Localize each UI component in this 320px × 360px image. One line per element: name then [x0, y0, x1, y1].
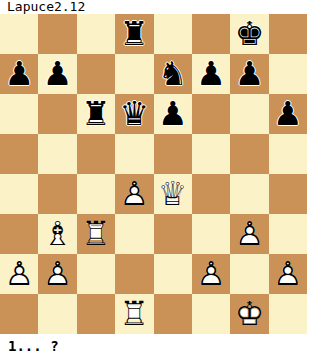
square-f8[interactable] [192, 14, 230, 54]
black-pawn: ♟ [0, 54, 38, 94]
square-d8[interactable]: ♜ [115, 14, 153, 54]
square-b6[interactable] [38, 94, 76, 134]
square-g5[interactable] [230, 134, 268, 174]
square-e7[interactable]: ♞ [154, 54, 192, 94]
white-pawn: ♙ [115, 174, 153, 214]
square-h7[interactable] [269, 54, 307, 94]
diagram-title: Lapuce2.12 [7, 0, 85, 14]
square-h4[interactable] [269, 174, 307, 214]
square-a5[interactable] [0, 134, 38, 174]
square-c6[interactable]: ♜ [77, 94, 115, 134]
square-b7[interactable]: ♟ [38, 54, 76, 94]
black-knight: ♞ [154, 54, 192, 94]
white-queen: ♕ [154, 174, 192, 214]
square-c1[interactable] [77, 294, 115, 334]
square-c5[interactable] [77, 134, 115, 174]
square-g7[interactable]: ♟ [230, 54, 268, 94]
black-pawn: ♟ [38, 54, 76, 94]
square-g1[interactable]: ♚♔ [230, 294, 268, 334]
square-f3[interactable] [192, 214, 230, 254]
white-rook: ♖ [77, 214, 115, 254]
move-prompt: 1... ? [8, 338, 59, 354]
black-rook: ♜ [115, 14, 153, 54]
black-queen: ♛ [115, 94, 153, 134]
white-pawn: ♙ [230, 214, 268, 254]
square-c8[interactable] [77, 14, 115, 54]
black-pawn: ♟ [192, 54, 230, 94]
square-b4[interactable] [38, 174, 76, 214]
chess-board: ♜♚♟♟♞♟♟♜♛♟♟♟♙♛♕♝♗♜♖♟♙♟♙♟♙♟♙♟♙♜♖♚♔ [0, 14, 307, 334]
square-a4[interactable] [0, 174, 38, 214]
white-pawn: ♙ [192, 254, 230, 294]
black-king: ♚ [230, 14, 268, 54]
black-rook: ♜ [77, 94, 115, 134]
square-g4[interactable] [230, 174, 268, 214]
square-g8[interactable]: ♚ [230, 14, 268, 54]
white-king: ♔ [230, 294, 268, 334]
square-e3[interactable] [154, 214, 192, 254]
square-a2[interactable]: ♟♙ [0, 254, 38, 294]
square-b3[interactable]: ♝♗ [38, 214, 76, 254]
white-pawn: ♙ [269, 254, 307, 294]
square-g2[interactable] [230, 254, 268, 294]
square-e2[interactable] [154, 254, 192, 294]
square-d6[interactable]: ♛ [115, 94, 153, 134]
square-f6[interactable] [192, 94, 230, 134]
square-h3[interactable] [269, 214, 307, 254]
square-a8[interactable] [0, 14, 38, 54]
square-e4[interactable]: ♛♕ [154, 174, 192, 214]
white-pawn: ♙ [0, 254, 38, 294]
square-g6[interactable] [230, 94, 268, 134]
square-h2[interactable]: ♟♙ [269, 254, 307, 294]
square-d1[interactable]: ♜♖ [115, 294, 153, 334]
black-pawn: ♟ [269, 94, 307, 134]
chess-diagram-window: Lapuce2.12 ♜♚♟♟♞♟♟♜♛♟♟♟♙♛♕♝♗♜♖♟♙♟♙♟♙♟♙♟♙… [0, 0, 320, 360]
square-e1[interactable] [154, 294, 192, 334]
square-h1[interactable] [269, 294, 307, 334]
square-d4[interactable]: ♟♙ [115, 174, 153, 214]
square-h6[interactable]: ♟ [269, 94, 307, 134]
square-h5[interactable] [269, 134, 307, 174]
square-b8[interactable] [38, 14, 76, 54]
square-c4[interactable] [77, 174, 115, 214]
black-pawn: ♟ [230, 54, 268, 94]
square-a3[interactable] [0, 214, 38, 254]
square-f1[interactable] [192, 294, 230, 334]
square-f5[interactable] [192, 134, 230, 174]
white-rook: ♖ [115, 294, 153, 334]
square-c2[interactable] [77, 254, 115, 294]
square-d2[interactable] [115, 254, 153, 294]
square-a7[interactable]: ♟ [0, 54, 38, 94]
square-d3[interactable] [115, 214, 153, 254]
square-b2[interactable]: ♟♙ [38, 254, 76, 294]
square-e6[interactable]: ♟ [154, 94, 192, 134]
square-g3[interactable]: ♟♙ [230, 214, 268, 254]
square-b1[interactable] [38, 294, 76, 334]
square-a6[interactable] [0, 94, 38, 134]
square-d7[interactable] [115, 54, 153, 94]
square-f2[interactable]: ♟♙ [192, 254, 230, 294]
square-f7[interactable]: ♟ [192, 54, 230, 94]
square-c7[interactable] [77, 54, 115, 94]
square-f4[interactable] [192, 174, 230, 214]
square-a1[interactable] [0, 294, 38, 334]
square-h8[interactable] [269, 14, 307, 54]
square-e8[interactable] [154, 14, 192, 54]
white-bishop: ♗ [38, 214, 76, 254]
square-c3[interactable]: ♜♖ [77, 214, 115, 254]
square-e5[interactable] [154, 134, 192, 174]
square-d5[interactable] [115, 134, 153, 174]
white-pawn: ♙ [38, 254, 76, 294]
black-pawn: ♟ [154, 94, 192, 134]
square-b5[interactable] [38, 134, 76, 174]
